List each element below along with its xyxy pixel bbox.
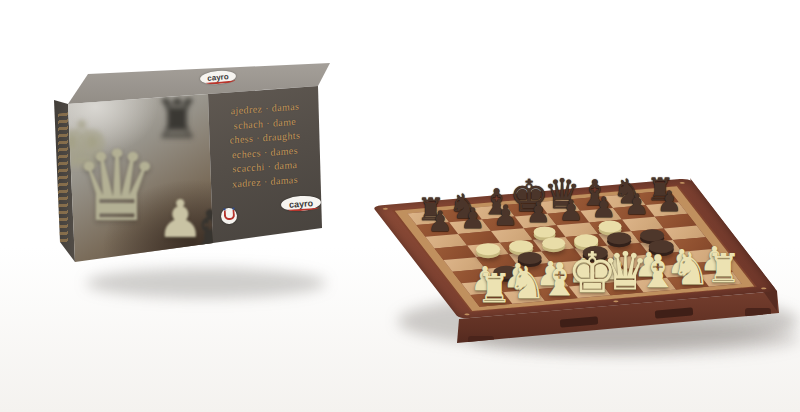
checker-disc-cream xyxy=(542,237,566,249)
frame-dot xyxy=(464,313,470,315)
board-latch xyxy=(560,316,599,327)
checker-disc-dark xyxy=(518,252,543,265)
box-multilingual-titles: ajedrez · damasschach · damechess · drau… xyxy=(215,98,315,192)
frame-dot xyxy=(382,208,388,210)
checker-disc-dark xyxy=(607,232,631,244)
cayro-logo: cayro xyxy=(281,195,322,213)
checker-disc-cream xyxy=(533,226,556,238)
box-front-photo: ♚ ♜ ♛ ♟ ♝ xyxy=(65,85,215,265)
checker-disc-dark xyxy=(649,240,674,253)
magnet-badge xyxy=(220,207,237,224)
checker-disc-cream xyxy=(476,243,500,255)
product-photo-scene: cayro ♚ ♜ ♛ ♟ ♝ ajedrez · damasschach · … xyxy=(0,0,800,412)
board-latch xyxy=(655,307,694,318)
side-vertical-text-decor xyxy=(58,112,68,243)
magnet-icon xyxy=(223,210,235,221)
brand-text: cayro xyxy=(289,198,314,210)
checker-disc-dark xyxy=(583,246,608,259)
box-shadow xyxy=(86,268,326,298)
checker-disc-dark xyxy=(640,229,664,241)
cayro-logo-top: cayro xyxy=(200,69,237,85)
frame-dot xyxy=(531,195,537,197)
box-front-panel: ajedrez · damasschach · damechess · drau… xyxy=(205,80,325,245)
checker-disc-cream xyxy=(599,220,622,232)
frame-dot xyxy=(613,300,619,302)
frame-dot xyxy=(761,287,767,289)
frame-dot xyxy=(679,182,685,184)
photo-chess-queen-icon: ♛ xyxy=(73,137,161,235)
brand-text: cayro xyxy=(207,72,229,83)
